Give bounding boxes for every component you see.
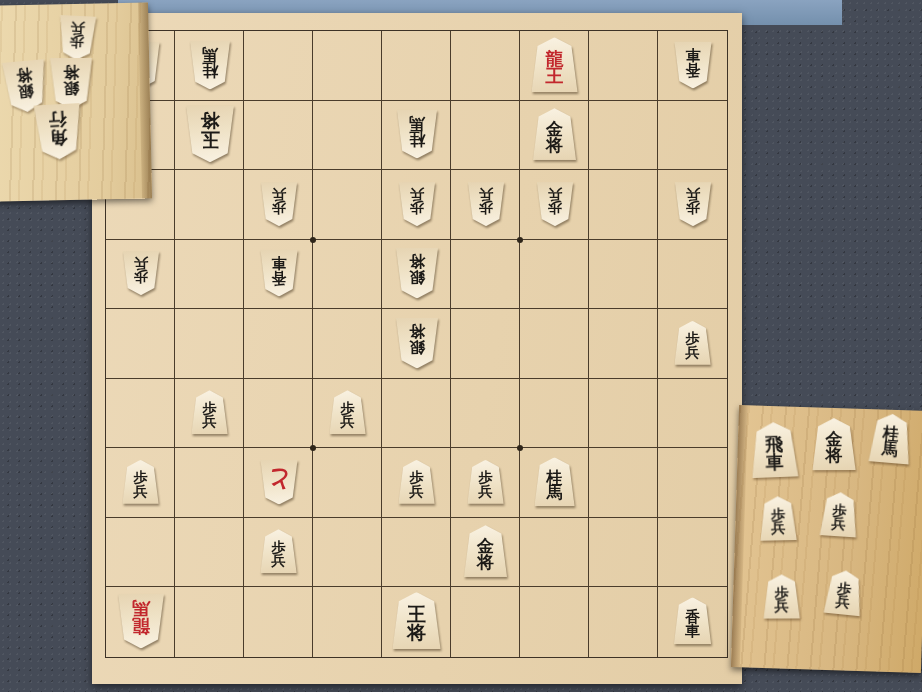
- piece-body: 龍馬: [117, 593, 164, 648]
- piece-kanji: 歩兵: [410, 188, 424, 215]
- piece-white-lance[interactable]: 香車: [674, 41, 712, 88]
- piece-body: 香車: [260, 250, 298, 297]
- piece-kanji: 歩兵: [70, 21, 85, 48]
- piece-kanji: 桂馬: [547, 470, 563, 500]
- piece-black-pawn[interactable]: 歩兵: [819, 491, 859, 537]
- board-square-5h[interactable]: [382, 518, 451, 588]
- piece-kanji: 歩兵: [203, 402, 217, 429]
- piece-kanji: 香車: [685, 48, 700, 77]
- board-square-3f[interactable]: [520, 379, 589, 449]
- piece-kanji: 金将: [477, 538, 494, 570]
- piece-body: 桂馬: [534, 457, 575, 506]
- board-square-8h[interactable]: [175, 518, 244, 588]
- piece-body: 香車: [674, 597, 712, 644]
- piece-kanji: 歩兵: [134, 257, 148, 284]
- board-square-1h[interactable]: [658, 518, 727, 588]
- piece-white-king[interactable]: 玉将: [185, 106, 234, 163]
- piece-black-gold[interactable]: 金将: [812, 418, 856, 470]
- piece-body: 歩兵: [674, 182, 711, 226]
- piece-body: 歩兵: [674, 321, 711, 365]
- piece-white-pawn[interactable]: 歩兵: [536, 182, 573, 226]
- piece-white-silver[interactable]: 銀将: [395, 317, 438, 368]
- board-square-4i[interactable]: [451, 587, 520, 657]
- piece-white-knight[interactable]: 桂馬: [189, 40, 230, 89]
- piece-kanji: 歩兵: [771, 508, 786, 535]
- board-square-8d[interactable]: [175, 240, 244, 310]
- piece-kanji: 香車: [685, 610, 700, 639]
- piece-body: 桂馬: [396, 110, 437, 159]
- board-square-2g[interactable]: [589, 448, 658, 518]
- board-square-2b[interactable]: [589, 101, 658, 171]
- piece-black-pawn[interactable]: 歩兵: [467, 460, 504, 504]
- board-square-2d[interactable]: [589, 240, 658, 310]
- piece-body: 龍王: [531, 37, 578, 92]
- piece-black-pawn[interactable]: 歩兵: [191, 390, 228, 434]
- piece-body: 歩兵: [467, 460, 504, 504]
- piece-black-pawn[interactable]: 歩兵: [763, 574, 800, 618]
- board-square-6b[interactable]: [313, 101, 382, 171]
- piece-black-pawn[interactable]: 歩兵: [823, 569, 864, 617]
- piece-kanji: 歩兵: [835, 582, 852, 610]
- board-square-1g[interactable]: [658, 448, 727, 518]
- piece-kanji: 歩兵: [686, 333, 700, 360]
- board-square-7i[interactable]: [244, 587, 313, 657]
- piece-white-knight[interactable]: 桂馬: [396, 110, 437, 159]
- piece-body: 歩兵: [467, 182, 504, 226]
- board-square-3i[interactable]: [520, 587, 589, 657]
- piece-kanji: 歩兵: [341, 402, 355, 429]
- piece-white-pawn[interactable]: 歩兵: [674, 182, 711, 226]
- board-square-1f[interactable]: [658, 379, 727, 449]
- hoshi-star-point: [517, 237, 523, 243]
- piece-kanji: 歩兵: [272, 541, 286, 568]
- piece-kanji: 歩兵: [479, 188, 493, 215]
- board-square-6a[interactable]: [313, 31, 382, 101]
- piece-body: 歩兵: [58, 15, 97, 61]
- piece-body: 金将: [812, 418, 856, 470]
- piece-body: 香車: [674, 41, 712, 88]
- piece-black-knight[interactable]: 桂馬: [868, 412, 913, 464]
- piece-kanji: 香車: [271, 256, 286, 285]
- board-square-6c[interactable]: [313, 170, 382, 240]
- piece-black-king[interactable]: 王将: [392, 592, 441, 649]
- piece-white-pawn[interactable]: 歩兵: [467, 182, 504, 226]
- board-square-1b[interactable]: [658, 101, 727, 171]
- piece-white-pawn[interactable]: 歩兵: [58, 15, 97, 61]
- board-square-2h[interactable]: [589, 518, 658, 588]
- piece-body: 金将: [533, 108, 577, 160]
- piece-white-bishop[interactable]: 角行: [33, 103, 83, 161]
- piece-kanji: 歩兵: [479, 472, 493, 499]
- piece-kanji: 龍王: [546, 51, 564, 85]
- piece-kanji: 桂馬: [881, 426, 899, 458]
- piece-kanji: 王将: [407, 606, 426, 642]
- piece-black-pawn[interactable]: 歩兵: [674, 321, 711, 365]
- board-square-8i[interactable]: [175, 587, 244, 657]
- piece-body: 歩兵: [823, 569, 864, 617]
- piece-black-pawn[interactable]: 歩兵: [122, 460, 159, 504]
- board-square-8g[interactable]: [175, 448, 244, 518]
- piece-body: 桂馬: [189, 40, 230, 89]
- piece-kanji: 歩兵: [548, 188, 562, 215]
- piece-body: 歩兵: [398, 182, 435, 226]
- piece-kanji: 銀将: [409, 255, 425, 285]
- board-square-2i[interactable]: [589, 587, 658, 657]
- board-square-6d[interactable]: [313, 240, 382, 310]
- piece-kanji: 銀将: [409, 325, 425, 355]
- piece-kanji: 玉将: [200, 113, 219, 149]
- piece-body: 歩兵: [759, 496, 797, 541]
- piece-kanji: 歩兵: [775, 586, 789, 613]
- board-square-4a[interactable]: [451, 31, 520, 101]
- piece-black-gold[interactable]: 金将: [533, 108, 577, 160]
- board-square-4f[interactable]: [451, 379, 520, 449]
- piece-white-horse[interactable]: 龍馬: [117, 593, 164, 648]
- piece-black-knight[interactable]: 桂馬: [534, 457, 575, 506]
- piece-body: 王将: [392, 592, 441, 649]
- piece-kanji: 歩兵: [686, 188, 700, 215]
- piece-kanji: 角行: [48, 111, 68, 146]
- piece-body: 歩兵: [763, 574, 800, 618]
- piece-body: 銀将: [395, 317, 438, 368]
- piece-black-gold[interactable]: 金将: [464, 525, 508, 577]
- board-square-7e[interactable]: [244, 309, 313, 379]
- board-square-2f[interactable]: [589, 379, 658, 449]
- board-square-6i[interactable]: [313, 587, 382, 657]
- piece-kanji: 桂馬: [409, 116, 425, 146]
- piece-body: 銀将: [50, 58, 93, 109]
- piece-body: 歩兵: [122, 460, 159, 504]
- piece-black-pawn[interactable]: 歩兵: [329, 390, 366, 434]
- piece-kanji: 龍馬: [132, 601, 150, 635]
- piece-kanji: 歩兵: [831, 504, 847, 531]
- piece-black-lance[interactable]: 香車: [674, 597, 712, 644]
- piece-body: 歩兵: [329, 390, 366, 434]
- shogi-board: 香車桂馬香車龍王玉将桂馬金将歩兵歩兵歩兵歩兵歩兵歩兵香車銀将銀将歩兵歩兵歩兵歩兵…: [92, 13, 742, 684]
- board-square-7b[interactable]: [244, 101, 313, 171]
- board-square-6e[interactable]: [313, 309, 382, 379]
- board-square-9e[interactable]: [106, 309, 175, 379]
- piece-white-tokin[interactable]: と: [260, 459, 298, 504]
- piece-kanji: 歩兵: [272, 188, 286, 215]
- board-square-8e[interactable]: [175, 309, 244, 379]
- board-square-2c[interactable]: [589, 170, 658, 240]
- piece-body: 玉将: [185, 106, 234, 163]
- piece-black-pawn[interactable]: 歩兵: [759, 496, 797, 541]
- board-square-4b[interactable]: [451, 101, 520, 171]
- piece-kanji: 金将: [825, 431, 842, 463]
- piece-kanji: 銀将: [16, 68, 35, 100]
- board-square-8c[interactable]: [175, 170, 244, 240]
- board-square-7f[interactable]: [244, 379, 313, 449]
- board-square-2a[interactable]: [589, 31, 658, 101]
- hoshi-star-point: [310, 237, 316, 243]
- piece-black-rook[interactable]: 飛車: [750, 421, 799, 478]
- board-square-6h[interactable]: [313, 518, 382, 588]
- board-square-3d[interactable]: [520, 240, 589, 310]
- board-square-1d[interactable]: [658, 240, 727, 310]
- piece-body: 飛車: [750, 421, 799, 478]
- piece-white-pawn[interactable]: 歩兵: [260, 182, 297, 226]
- hoshi-star-point: [517, 445, 523, 451]
- board-square-4d[interactable]: [451, 240, 520, 310]
- piece-white-silver[interactable]: 銀将: [50, 58, 93, 109]
- piece-body: 歩兵: [122, 251, 159, 295]
- board-square-2e[interactable]: [589, 309, 658, 379]
- photo-shogi-scene: { "game": "shogi", "scene": "overhead ph…: [0, 0, 922, 692]
- piece-black-dragon[interactable]: 龍王: [531, 37, 578, 92]
- piece-white-pawn[interactable]: 歩兵: [398, 182, 435, 226]
- board-square-9f[interactable]: [106, 379, 175, 449]
- board-square-3e[interactable]: [520, 309, 589, 379]
- board-square-5a[interactable]: [382, 31, 451, 101]
- piece-kanji: 歩兵: [134, 472, 148, 499]
- piece-body: 歩兵: [398, 460, 435, 504]
- piece-body: 歩兵: [260, 529, 297, 573]
- komadai-white-stand: 歩兵銀将銀将角行: [0, 2, 152, 201]
- board-grid: 香車桂馬香車龍王玉将桂馬金将歩兵歩兵歩兵歩兵歩兵歩兵香車銀将銀将歩兵歩兵歩兵歩兵…: [105, 30, 728, 658]
- piece-body: 桂馬: [868, 412, 913, 464]
- piece-kanji: 桂馬: [202, 47, 218, 77]
- piece-white-silver[interactable]: 銀将: [395, 248, 438, 299]
- board-square-5f[interactable]: [382, 379, 451, 449]
- piece-body: 銀将: [395, 248, 438, 299]
- piece-body: 歩兵: [819, 491, 859, 537]
- board-square-6g[interactable]: [313, 448, 382, 518]
- piece-body: 歩兵: [536, 182, 573, 226]
- piece-kanji: 歩兵: [410, 472, 424, 499]
- piece-kanji: 飛車: [765, 435, 784, 470]
- piece-body: 歩兵: [191, 390, 228, 434]
- piece-kanji: 銀将: [63, 65, 79, 95]
- komadai-black-stand: 飛車金将桂馬歩兵歩兵歩兵歩兵: [731, 405, 922, 673]
- piece-body: 歩兵: [260, 182, 297, 226]
- piece-body: と: [260, 459, 298, 504]
- piece-white-lance[interactable]: 香車: [260, 250, 298, 297]
- board-square-7a[interactable]: [244, 31, 313, 101]
- hoshi-star-point: [310, 445, 316, 451]
- piece-white-pawn[interactable]: 歩兵: [122, 251, 159, 295]
- board-square-9h[interactable]: [106, 518, 175, 588]
- board-square-3h[interactable]: [520, 518, 589, 588]
- piece-body: 金将: [464, 525, 508, 577]
- piece-kanji: 金将: [546, 121, 563, 153]
- board-square-4e[interactable]: [451, 309, 520, 379]
- piece-body: 角行: [33, 103, 83, 161]
- piece-black-pawn[interactable]: 歩兵: [398, 460, 435, 504]
- piece-kanji: と: [266, 467, 291, 490]
- piece-black-pawn[interactable]: 歩兵: [260, 529, 297, 573]
